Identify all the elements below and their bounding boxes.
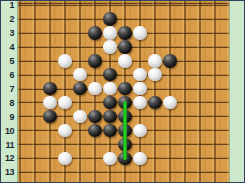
white-stone [58, 124, 71, 137]
black-stone [88, 26, 101, 39]
black-stone [103, 12, 116, 25]
white-stone [133, 96, 146, 109]
white-stone [148, 68, 161, 81]
white-stone [88, 82, 101, 95]
black-stone [103, 68, 116, 81]
white-stone [133, 68, 146, 81]
black-stone [103, 96, 116, 109]
black-stone [43, 82, 56, 95]
white-stone [103, 40, 116, 53]
gomoku-game-window: 12345678910111213 [0, 0, 245, 183]
black-stone [88, 124, 101, 137]
black-stone [118, 40, 131, 53]
white-stone [133, 26, 146, 39]
black-stone [43, 110, 56, 123]
white-stone [58, 152, 71, 165]
white-stone [133, 82, 146, 95]
white-stone [103, 152, 116, 165]
white-stone [163, 96, 176, 109]
black-stone [118, 26, 131, 39]
black-stone [73, 82, 86, 95]
white-stone [118, 54, 131, 67]
white-stone [73, 68, 86, 81]
white-stone [58, 54, 71, 67]
white-stone [103, 82, 116, 95]
black-stone [118, 82, 131, 95]
white-stone [148, 54, 161, 67]
white-stone [103, 26, 116, 39]
white-stone [133, 124, 146, 137]
white-stone [73, 110, 86, 123]
black-stone [88, 110, 101, 123]
white-stone [133, 152, 146, 165]
white-stone [58, 96, 71, 109]
winning-line-highlight [123, 101, 127, 160]
white-stone [43, 96, 56, 109]
black-stone [103, 110, 116, 123]
black-stone [88, 54, 101, 67]
black-stone [148, 96, 161, 109]
black-stone [163, 54, 176, 67]
black-stone [103, 124, 116, 137]
